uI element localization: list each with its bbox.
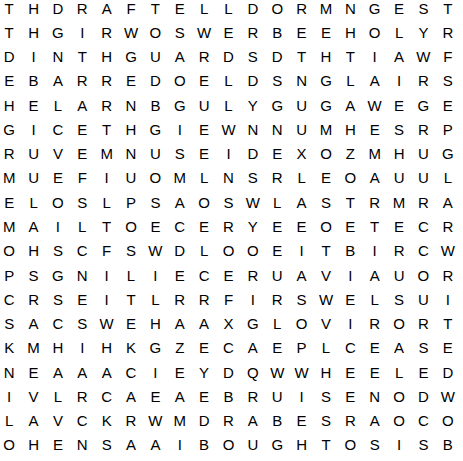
grid-cell[interactable]: R bbox=[0, 142, 21, 166]
grid-cell[interactable]: R bbox=[363, 190, 387, 214]
grid-cell[interactable]: W bbox=[192, 20, 216, 44]
grid-cell[interactable]: A bbox=[119, 384, 143, 408]
grid-cell[interactable]: E bbox=[265, 214, 289, 238]
grid-cell[interactable]: V bbox=[314, 311, 338, 335]
grid-cell[interactable]: B bbox=[143, 93, 167, 117]
grid-cell[interactable]: H bbox=[289, 433, 313, 457]
grid-cell[interactable]: X bbox=[289, 142, 313, 166]
grid-cell[interactable]: T bbox=[338, 45, 362, 69]
grid-cell[interactable]: A bbox=[46, 69, 70, 93]
grid-cell[interactable]: H bbox=[143, 311, 167, 335]
grid-cell[interactable]: W bbox=[94, 311, 118, 335]
grid-cell[interactable]: A bbox=[168, 384, 192, 408]
grid-cell[interactable]: S bbox=[143, 190, 167, 214]
grid-cell[interactable]: U bbox=[119, 166, 143, 190]
grid-cell[interactable]: C bbox=[216, 336, 240, 360]
grid-cell[interactable]: L bbox=[70, 214, 94, 238]
grid-cell[interactable]: W bbox=[289, 360, 313, 384]
grid-cell[interactable]: S bbox=[411, 336, 435, 360]
grid-cell[interactable]: S bbox=[168, 142, 192, 166]
grid-cell[interactable]: I bbox=[70, 20, 94, 44]
grid-cell[interactable]: I bbox=[363, 239, 387, 263]
grid-cell[interactable]: U bbox=[241, 433, 265, 457]
grid-cell[interactable]: S bbox=[265, 69, 289, 93]
grid-cell[interactable]: R bbox=[70, 0, 94, 20]
grid-cell[interactable]: B bbox=[216, 384, 240, 408]
grid-cell[interactable]: P bbox=[289, 336, 313, 360]
grid-cell[interactable]: E bbox=[143, 384, 167, 408]
grid-cell[interactable]: W bbox=[436, 239, 460, 263]
grid-cell[interactable]: O bbox=[143, 166, 167, 190]
grid-cell[interactable]: I bbox=[387, 433, 411, 457]
grid-cell[interactable]: F bbox=[119, 0, 143, 20]
grid-cell[interactable]: H bbox=[338, 20, 362, 44]
grid-cell[interactable]: A bbox=[363, 166, 387, 190]
grid-cell[interactable]: E bbox=[265, 239, 289, 263]
grid-cell[interactable]: E bbox=[436, 93, 460, 117]
grid-cell[interactable]: E bbox=[192, 384, 216, 408]
grid-cell[interactable]: H bbox=[314, 45, 338, 69]
grid-cell[interactable]: W bbox=[216, 117, 240, 141]
grid-cell[interactable]: G bbox=[363, 0, 387, 20]
grid-cell[interactable]: L bbox=[192, 166, 216, 190]
grid-cell[interactable]: G bbox=[314, 69, 338, 93]
grid-cell[interactable]: O bbox=[411, 263, 435, 287]
grid-cell[interactable]: Y bbox=[411, 20, 435, 44]
grid-cell[interactable]: I bbox=[143, 360, 167, 384]
grid-cell[interactable]: I bbox=[168, 117, 192, 141]
grid-cell[interactable]: T bbox=[119, 287, 143, 311]
grid-cell[interactable]: H bbox=[314, 360, 338, 384]
grid-cell[interactable]: N bbox=[119, 142, 143, 166]
grid-cell[interactable]: E bbox=[70, 287, 94, 311]
grid-cell[interactable]: N bbox=[119, 93, 143, 117]
grid-cell[interactable]: R bbox=[411, 69, 435, 93]
grid-cell[interactable]: K bbox=[119, 336, 143, 360]
grid-cell[interactable]: I bbox=[0, 384, 21, 408]
grid-cell[interactable]: S bbox=[387, 287, 411, 311]
grid-cell[interactable]: A bbox=[241, 408, 265, 432]
grid-cell[interactable]: E bbox=[46, 166, 70, 190]
grid-cell[interactable]: A bbox=[363, 408, 387, 432]
grid-cell[interactable]: B bbox=[192, 433, 216, 457]
grid-cell[interactable]: E bbox=[192, 69, 216, 93]
grid-cell[interactable]: S bbox=[411, 0, 435, 20]
grid-cell[interactable]: A bbox=[21, 311, 45, 335]
grid-cell[interactable]: H bbox=[94, 45, 118, 69]
grid-cell[interactable]: A bbox=[143, 433, 167, 457]
grid-cell[interactable]: A bbox=[94, 360, 118, 384]
grid-cell[interactable]: Y bbox=[241, 214, 265, 238]
grid-cell[interactable]: S bbox=[411, 433, 435, 457]
grid-cell[interactable]: T bbox=[314, 433, 338, 457]
grid-cell[interactable]: A bbox=[436, 190, 460, 214]
grid-cell[interactable]: S bbox=[0, 311, 21, 335]
grid-cell[interactable]: T bbox=[338, 190, 362, 214]
grid-cell[interactable]: A bbox=[338, 93, 362, 117]
grid-cell[interactable]: T bbox=[436, 0, 460, 20]
grid-cell[interactable]: L bbox=[0, 408, 21, 432]
grid-cell[interactable]: Y bbox=[241, 93, 265, 117]
grid-cell[interactable]: U bbox=[289, 117, 313, 141]
grid-cell[interactable]: T bbox=[0, 0, 21, 20]
grid-cell[interactable]: I bbox=[241, 287, 265, 311]
grid-cell[interactable]: Z bbox=[168, 336, 192, 360]
grid-cell[interactable]: O bbox=[265, 0, 289, 20]
grid-cell[interactable]: E bbox=[363, 336, 387, 360]
grid-cell[interactable]: G bbox=[265, 93, 289, 117]
grid-cell[interactable]: Q bbox=[241, 360, 265, 384]
grid-cell[interactable]: I bbox=[21, 45, 45, 69]
grid-cell[interactable]: A bbox=[94, 0, 118, 20]
grid-cell[interactable]: O bbox=[241, 239, 265, 263]
grid-cell[interactable]: H bbox=[21, 0, 45, 20]
grid-cell[interactable]: O bbox=[143, 20, 167, 44]
grid-cell[interactable]: A bbox=[168, 190, 192, 214]
grid-cell[interactable]: M bbox=[0, 166, 21, 190]
grid-cell[interactable]: U bbox=[411, 166, 435, 190]
grid-cell[interactable]: E bbox=[338, 287, 362, 311]
grid-cell[interactable]: D bbox=[436, 360, 460, 384]
grid-cell[interactable]: M bbox=[168, 166, 192, 190]
grid-cell[interactable]: U bbox=[411, 142, 435, 166]
grid-cell[interactable]: G bbox=[46, 20, 70, 44]
grid-cell[interactable]: P bbox=[436, 117, 460, 141]
grid-cell[interactable]: W bbox=[436, 384, 460, 408]
grid-cell[interactable]: U bbox=[143, 45, 167, 69]
grid-cell[interactable]: O bbox=[363, 20, 387, 44]
grid-cell[interactable]: S bbox=[314, 190, 338, 214]
grid-cell[interactable]: I bbox=[94, 166, 118, 190]
grid-cell[interactable]: M bbox=[0, 214, 21, 238]
grid-cell[interactable]: A bbox=[289, 263, 313, 287]
grid-cell[interactable]: S bbox=[216, 190, 240, 214]
grid-cell[interactable]: C bbox=[411, 239, 435, 263]
grid-cell[interactable]: G bbox=[0, 117, 21, 141]
grid-cell[interactable]: E bbox=[411, 360, 435, 384]
grid-cell[interactable]: T bbox=[314, 239, 338, 263]
grid-cell[interactable]: A bbox=[363, 69, 387, 93]
grid-cell[interactable]: A bbox=[192, 311, 216, 335]
grid-cell[interactable]: O bbox=[314, 142, 338, 166]
grid-cell[interactable]: E bbox=[168, 0, 192, 20]
grid-cell[interactable]: L bbox=[265, 311, 289, 335]
grid-cell[interactable]: R bbox=[363, 311, 387, 335]
grid-cell[interactable]: H bbox=[94, 336, 118, 360]
grid-cell[interactable]: H bbox=[119, 117, 143, 141]
grid-cell[interactable]: S bbox=[70, 311, 94, 335]
grid-cell[interactable]: H bbox=[21, 239, 45, 263]
grid-cell[interactable]: E bbox=[338, 214, 362, 238]
grid-cell[interactable]: O bbox=[387, 384, 411, 408]
grid-cell[interactable]: C bbox=[119, 360, 143, 384]
grid-cell[interactable]: O bbox=[436, 408, 460, 432]
grid-cell[interactable]: A bbox=[387, 45, 411, 69]
grid-cell[interactable]: N bbox=[70, 433, 94, 457]
grid-cell[interactable]: E bbox=[314, 20, 338, 44]
grid-cell[interactable]: E bbox=[192, 336, 216, 360]
grid-cell[interactable]: K bbox=[94, 408, 118, 432]
grid-cell[interactable]: M bbox=[363, 142, 387, 166]
grid-cell[interactable]: C bbox=[70, 408, 94, 432]
grid-cell[interactable]: A bbox=[70, 360, 94, 384]
grid-cell[interactable]: M bbox=[21, 336, 45, 360]
grid-cell[interactable]: E bbox=[0, 190, 21, 214]
grid-cell[interactable]: I bbox=[94, 287, 118, 311]
grid-cell[interactable]: E bbox=[265, 142, 289, 166]
grid-cell[interactable]: X bbox=[216, 311, 240, 335]
grid-cell[interactable]: E bbox=[265, 336, 289, 360]
grid-cell[interactable]: U bbox=[265, 263, 289, 287]
grid-cell[interactable]: W bbox=[241, 190, 265, 214]
grid-cell[interactable]: E bbox=[289, 20, 313, 44]
grid-cell[interactable]: I bbox=[436, 287, 460, 311]
grid-cell[interactable]: I bbox=[94, 263, 118, 287]
grid-cell[interactable]: V bbox=[314, 263, 338, 287]
grid-cell[interactable]: L bbox=[216, 0, 240, 20]
grid-cell[interactable]: N bbox=[70, 263, 94, 287]
grid-cell[interactable]: E bbox=[21, 360, 45, 384]
grid-cell[interactable]: S bbox=[46, 239, 70, 263]
grid-cell[interactable]: V bbox=[21, 384, 45, 408]
grid-cell[interactable]: R bbox=[241, 20, 265, 44]
grid-cell[interactable]: S bbox=[241, 166, 265, 190]
grid-cell[interactable]: G bbox=[436, 142, 460, 166]
grid-cell[interactable]: A bbox=[21, 214, 45, 238]
grid-cell[interactable]: L bbox=[119, 263, 143, 287]
grid-cell[interactable]: C bbox=[0, 287, 21, 311]
grid-cell[interactable]: L bbox=[387, 20, 411, 44]
grid-cell[interactable]: S bbox=[314, 408, 338, 432]
grid-cell[interactable]: L bbox=[436, 166, 460, 190]
grid-cell[interactable]: F bbox=[216, 287, 240, 311]
grid-cell[interactable]: E bbox=[387, 0, 411, 20]
grid-cell[interactable]: A bbox=[387, 336, 411, 360]
grid-cell[interactable]: F bbox=[70, 166, 94, 190]
grid-cell[interactable]: L bbox=[46, 93, 70, 117]
grid-cell[interactable]: E bbox=[143, 214, 167, 238]
grid-cell[interactable]: O bbox=[192, 190, 216, 214]
grid-cell[interactable]: R bbox=[338, 408, 362, 432]
grid-cell[interactable]: B bbox=[21, 69, 45, 93]
grid-cell[interactable]: N bbox=[363, 384, 387, 408]
grid-cell[interactable]: D bbox=[192, 408, 216, 432]
grid-cell[interactable]: E bbox=[363, 360, 387, 384]
grid-cell[interactable]: Z bbox=[338, 142, 362, 166]
grid-cell[interactable]: D bbox=[143, 69, 167, 93]
grid-cell[interactable]: N bbox=[46, 45, 70, 69]
grid-cell[interactable]: L bbox=[363, 287, 387, 311]
grid-cell[interactable]: W bbox=[119, 20, 143, 44]
grid-cell[interactable]: D bbox=[241, 69, 265, 93]
grid-cell[interactable]: R bbox=[265, 166, 289, 190]
grid-cell[interactable]: E bbox=[119, 311, 143, 335]
grid-cell[interactable]: O bbox=[387, 311, 411, 335]
grid-cell[interactable]: N bbox=[338, 0, 362, 20]
grid-cell[interactable]: C bbox=[192, 263, 216, 287]
grid-cell[interactable]: C bbox=[94, 384, 118, 408]
grid-cell[interactable]: A bbox=[241, 336, 265, 360]
grid-cell[interactable]: E bbox=[46, 433, 70, 457]
grid-cell[interactable]: E bbox=[70, 142, 94, 166]
grid-cell[interactable]: R bbox=[436, 214, 460, 238]
grid-cell[interactable]: R bbox=[94, 20, 118, 44]
grid-cell[interactable]: N bbox=[265, 117, 289, 141]
grid-cell[interactable]: I bbox=[21, 117, 45, 141]
grid-cell[interactable]: I bbox=[338, 263, 362, 287]
grid-cell[interactable]: O bbox=[216, 239, 240, 263]
grid-cell[interactable]: G bbox=[168, 93, 192, 117]
grid-cell[interactable]: S bbox=[436, 69, 460, 93]
grid-cell[interactable]: Y bbox=[192, 360, 216, 384]
grid-cell[interactable]: O bbox=[0, 239, 21, 263]
grid-cell[interactable]: M bbox=[387, 190, 411, 214]
grid-cell[interactable]: D bbox=[411, 384, 435, 408]
grid-cell[interactable]: S bbox=[363, 433, 387, 457]
grid-cell[interactable]: C bbox=[70, 239, 94, 263]
grid-cell[interactable]: R bbox=[168, 287, 192, 311]
grid-cell[interactable]: H bbox=[21, 20, 45, 44]
grid-cell[interactable]: E bbox=[70, 117, 94, 141]
grid-cell[interactable]: G bbox=[411, 93, 435, 117]
grid-cell[interactable]: U bbox=[192, 93, 216, 117]
grid-cell[interactable]: A bbox=[21, 408, 45, 432]
grid-cell[interactable]: R bbox=[411, 117, 435, 141]
grid-cell[interactable]: R bbox=[411, 311, 435, 335]
grid-cell[interactable]: G bbox=[314, 93, 338, 117]
grid-cell[interactable]: R bbox=[265, 287, 289, 311]
grid-cell[interactable]: R bbox=[436, 263, 460, 287]
grid-cell[interactable]: G bbox=[143, 336, 167, 360]
grid-cell[interactable]: L bbox=[216, 69, 240, 93]
grid-cell[interactable]: U bbox=[21, 142, 45, 166]
grid-cell[interactable]: K bbox=[0, 336, 21, 360]
grid-cell[interactable]: U bbox=[265, 384, 289, 408]
grid-cell[interactable]: O bbox=[119, 214, 143, 238]
grid-cell[interactable]: C bbox=[46, 311, 70, 335]
grid-cell[interactable]: E bbox=[119, 69, 143, 93]
grid-cell[interactable]: H bbox=[21, 433, 45, 457]
grid-cell[interactable]: W bbox=[265, 360, 289, 384]
grid-cell[interactable]: R bbox=[94, 93, 118, 117]
grid-cell[interactable]: E bbox=[436, 336, 460, 360]
grid-cell[interactable]: W bbox=[143, 408, 167, 432]
grid-cell[interactable]: S bbox=[387, 117, 411, 141]
grid-cell[interactable]: E bbox=[314, 166, 338, 190]
grid-cell[interactable]: T bbox=[289, 45, 313, 69]
grid-cell[interactable]: G bbox=[46, 263, 70, 287]
grid-cell[interactable]: F bbox=[94, 239, 118, 263]
grid-cell[interactable]: I bbox=[289, 384, 313, 408]
grid-cell[interactable]: H bbox=[338, 117, 362, 141]
grid-cell[interactable]: D bbox=[0, 45, 21, 69]
grid-cell[interactable]: U bbox=[143, 142, 167, 166]
grid-cell[interactable]: B bbox=[436, 433, 460, 457]
grid-cell[interactable]: E bbox=[216, 263, 240, 287]
grid-cell[interactable]: I bbox=[70, 336, 94, 360]
grid-cell[interactable]: I bbox=[289, 239, 313, 263]
grid-cell[interactable]: R bbox=[192, 287, 216, 311]
grid-cell[interactable]: E bbox=[338, 384, 362, 408]
grid-cell[interactable]: E bbox=[168, 360, 192, 384]
grid-cell[interactable]: L bbox=[265, 190, 289, 214]
grid-cell[interactable]: T bbox=[94, 214, 118, 238]
grid-cell[interactable]: U bbox=[411, 287, 435, 311]
grid-cell[interactable]: S bbox=[21, 263, 45, 287]
grid-cell[interactable]: U bbox=[289, 93, 313, 117]
grid-cell[interactable]: E bbox=[21, 93, 45, 117]
grid-cell[interactable]: E bbox=[289, 408, 313, 432]
grid-cell[interactable]: L bbox=[387, 360, 411, 384]
grid-cell[interactable]: R bbox=[241, 384, 265, 408]
grid-cell[interactable]: A bbox=[168, 311, 192, 335]
grid-cell[interactable]: H bbox=[0, 93, 21, 117]
grid-cell[interactable]: O bbox=[314, 214, 338, 238]
grid-cell[interactable]: L bbox=[46, 384, 70, 408]
grid-cell[interactable]: I bbox=[168, 433, 192, 457]
grid-cell[interactable]: T bbox=[0, 20, 21, 44]
grid-cell[interactable]: I bbox=[338, 311, 362, 335]
grid-cell[interactable]: M bbox=[314, 0, 338, 20]
grid-cell[interactable]: P bbox=[119, 190, 143, 214]
grid-cell[interactable]: H bbox=[387, 142, 411, 166]
grid-cell[interactable]: S bbox=[168, 20, 192, 44]
grid-cell[interactable]: R bbox=[216, 408, 240, 432]
grid-cell[interactable]: B bbox=[338, 239, 362, 263]
grid-cell[interactable]: L bbox=[143, 287, 167, 311]
grid-cell[interactable]: O bbox=[338, 166, 362, 190]
grid-cell[interactable]: V bbox=[46, 408, 70, 432]
grid-cell[interactable]: A bbox=[363, 263, 387, 287]
grid-cell[interactable]: U bbox=[387, 263, 411, 287]
grid-cell[interactable]: A bbox=[289, 190, 313, 214]
grid-cell[interactable]: A bbox=[168, 45, 192, 69]
grid-cell[interactable]: L bbox=[289, 166, 313, 190]
grid-cell[interactable]: O bbox=[387, 408, 411, 432]
grid-cell[interactable]: P bbox=[0, 263, 21, 287]
grid-cell[interactable]: E bbox=[168, 263, 192, 287]
grid-cell[interactable]: L bbox=[94, 190, 118, 214]
grid-cell[interactable]: E bbox=[363, 117, 387, 141]
grid-cell[interactable]: O bbox=[289, 311, 313, 335]
grid-cell[interactable]: O bbox=[0, 433, 21, 457]
grid-cell[interactable]: E bbox=[192, 142, 216, 166]
grid-cell[interactable]: T bbox=[143, 0, 167, 20]
grid-cell[interactable]: E bbox=[192, 117, 216, 141]
grid-cell[interactable]: L bbox=[314, 336, 338, 360]
grid-cell[interactable]: N bbox=[0, 360, 21, 384]
grid-cell[interactable]: C bbox=[411, 214, 435, 238]
grid-cell[interactable]: C bbox=[411, 408, 435, 432]
grid-cell[interactable]: S bbox=[241, 45, 265, 69]
grid-cell[interactable]: A bbox=[70, 93, 94, 117]
grid-cell[interactable]: L bbox=[216, 93, 240, 117]
grid-cell[interactable]: V bbox=[46, 142, 70, 166]
grid-cell[interactable]: O bbox=[168, 69, 192, 93]
grid-cell[interactable]: D bbox=[216, 360, 240, 384]
grid-cell[interactable]: C bbox=[46, 117, 70, 141]
grid-cell[interactable]: E bbox=[192, 214, 216, 238]
grid-cell[interactable]: A bbox=[46, 360, 70, 384]
grid-cell[interactable]: N bbox=[216, 166, 240, 190]
grid-cell[interactable]: G bbox=[265, 433, 289, 457]
grid-cell[interactable]: T bbox=[363, 214, 387, 238]
grid-cell[interactable]: L bbox=[338, 69, 362, 93]
grid-cell[interactable]: T bbox=[70, 45, 94, 69]
grid-cell[interactable]: R bbox=[119, 408, 143, 432]
grid-cell[interactable]: U bbox=[21, 166, 45, 190]
grid-cell[interactable]: S bbox=[314, 384, 338, 408]
